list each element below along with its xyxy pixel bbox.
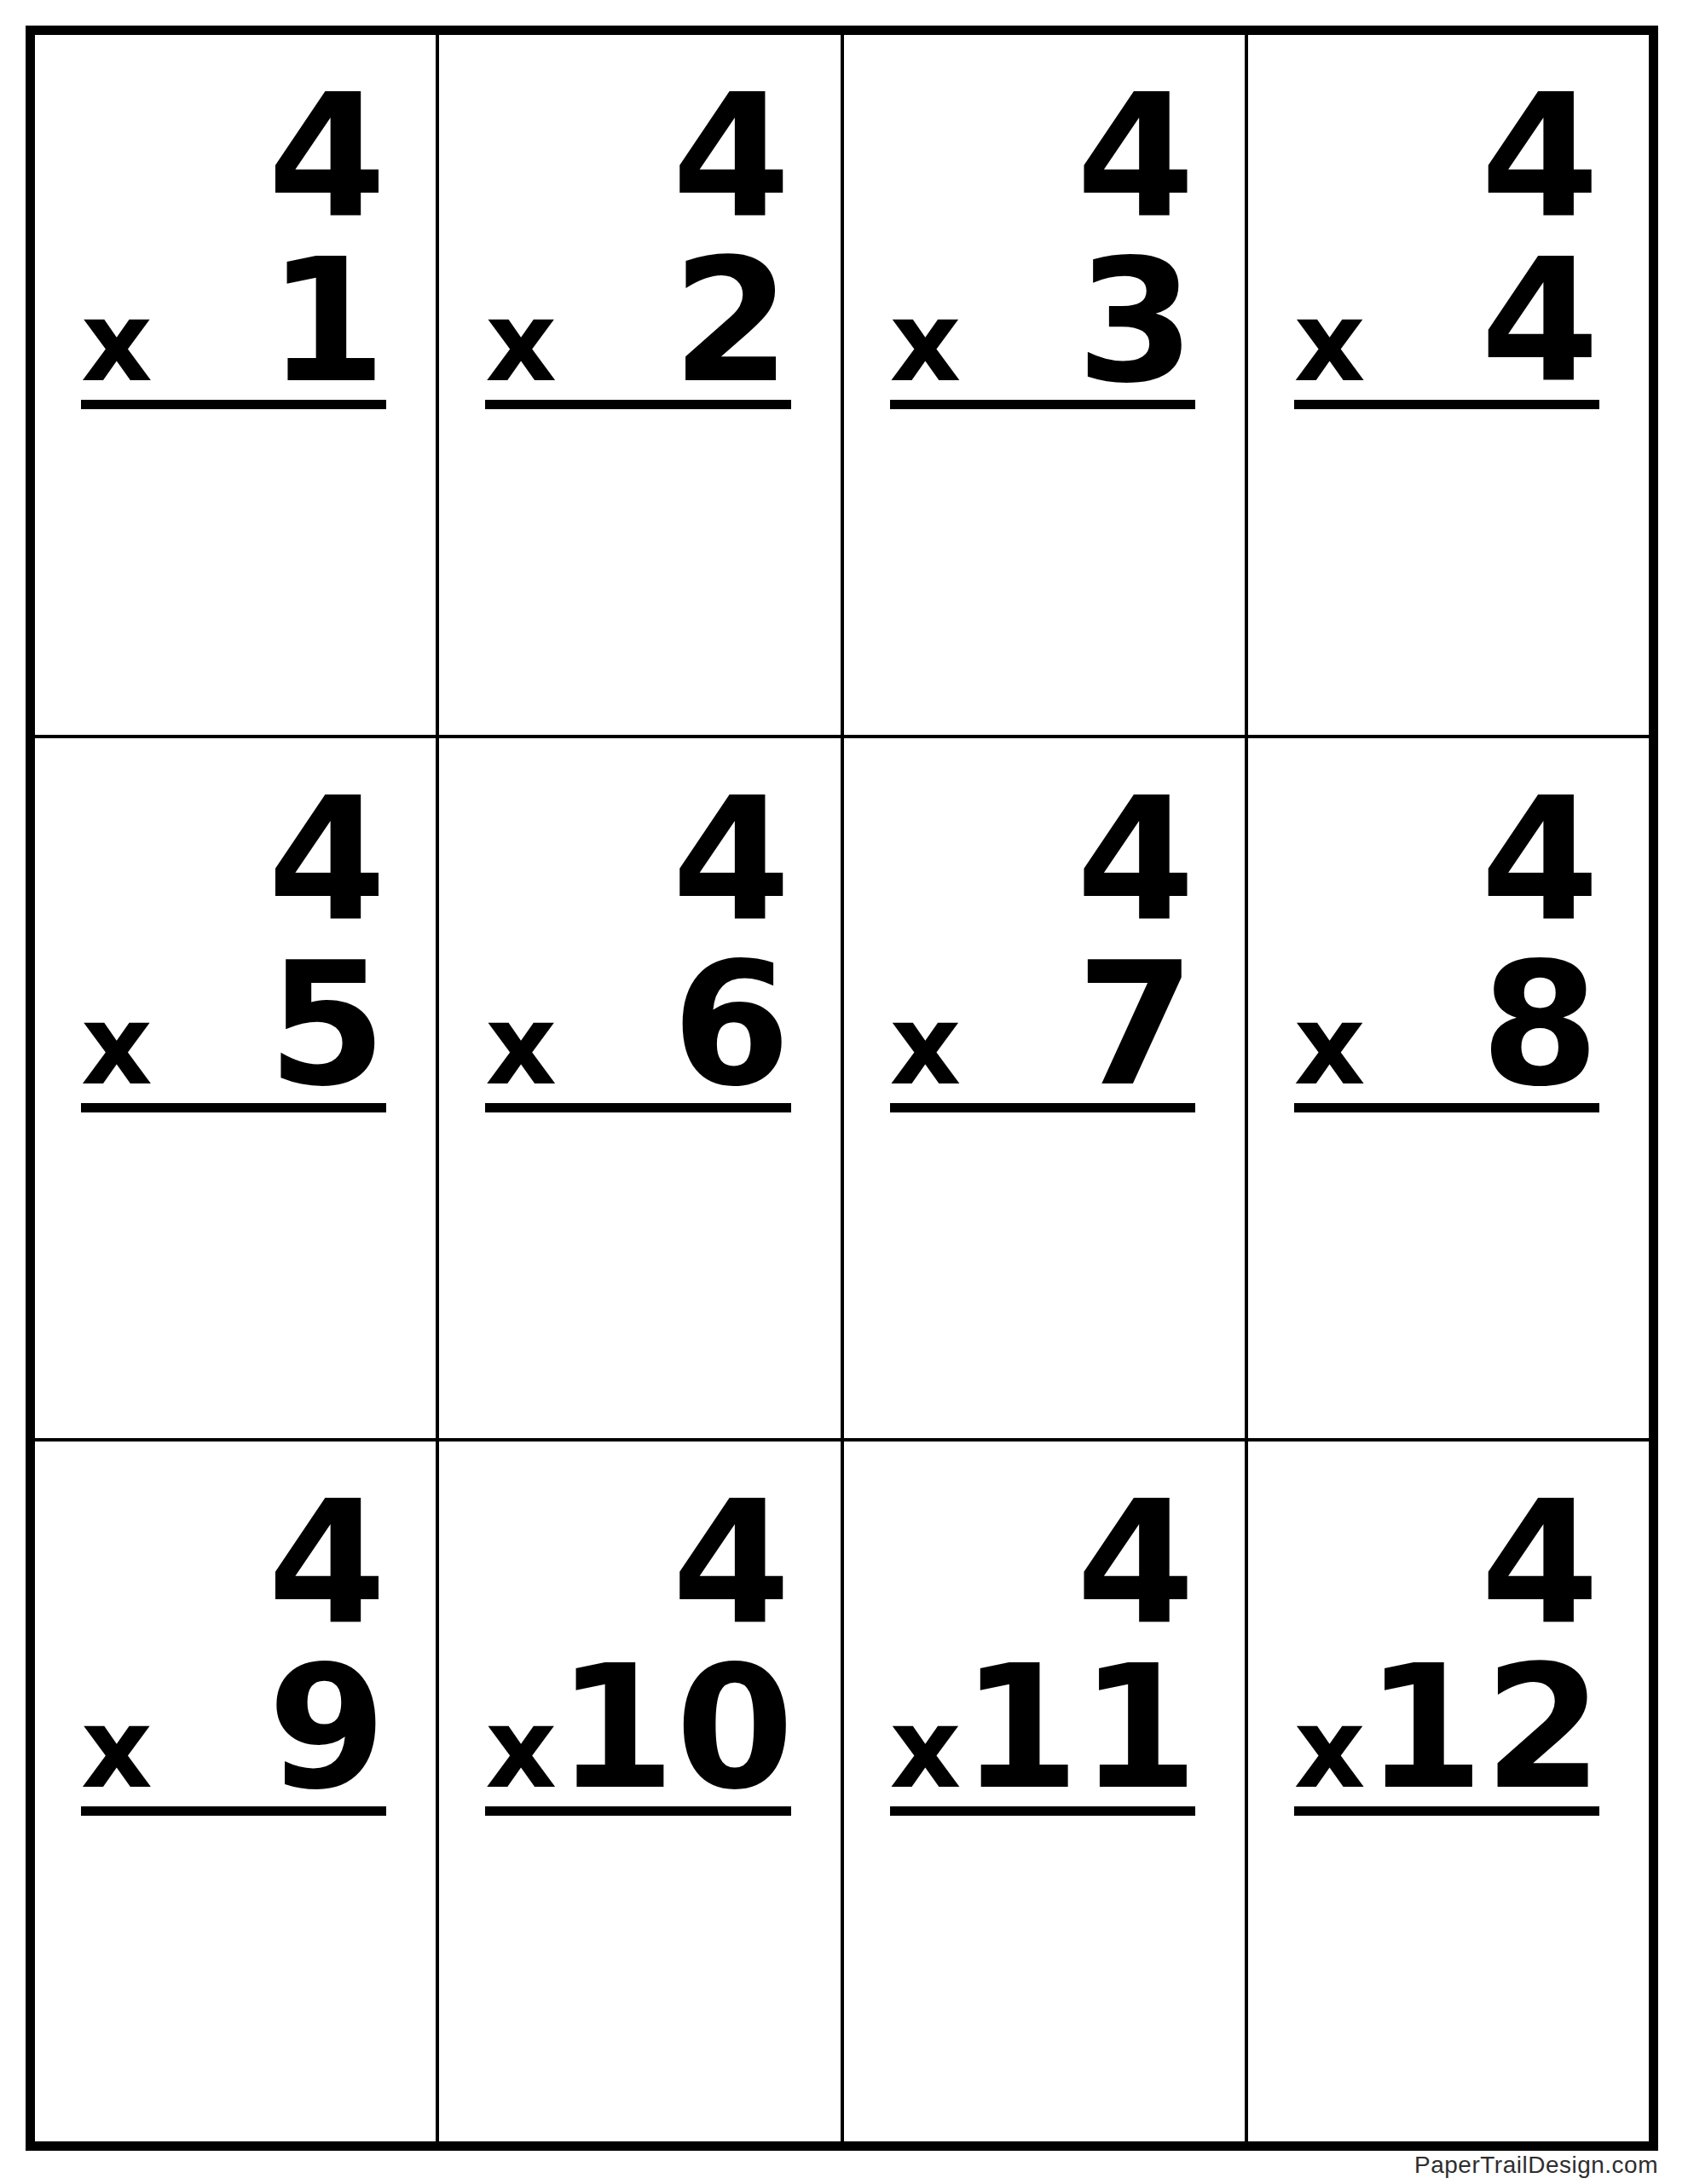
multiplicand-value: 4 xyxy=(81,93,386,221)
multiplier-value: 4 xyxy=(1481,257,1599,385)
multiplier-value: 9 xyxy=(268,1664,386,1792)
multiplier-value: 6 xyxy=(672,961,790,1089)
multiplier-row: x 1 xyxy=(81,257,386,397)
multiplier-row: x 9 xyxy=(81,1664,386,1804)
multiplicand-value: 4 xyxy=(890,796,1195,924)
flashcard-4x9: 4 x 9 xyxy=(35,1442,436,2141)
flashcard-4x2: 4 x 2 xyxy=(439,35,840,735)
multiply-sign: x xyxy=(485,286,557,397)
multiplicand-value: 4 xyxy=(1294,1499,1599,1627)
multiplicand-value: 4 xyxy=(890,1499,1195,1627)
multiplier-row: x 2 xyxy=(485,257,790,397)
multiply-sign: x xyxy=(81,990,153,1101)
multiplier-value: 1 xyxy=(268,257,386,385)
multiplier-value: 12 xyxy=(1366,1664,1603,1792)
multiplier-row: x 6 xyxy=(485,961,790,1101)
multiplicand-value: 4 xyxy=(1294,796,1599,924)
multiply-sign: x xyxy=(1294,286,1366,397)
multiplier-value: 7 xyxy=(1077,961,1195,1089)
watermark-text: PaperTrailDesign.com xyxy=(1414,2152,1658,2179)
multiplier-value: 10 xyxy=(557,1664,794,1792)
multiplicand-value: 4 xyxy=(81,1499,386,1627)
multiplier-value: 8 xyxy=(1481,961,1599,1089)
multiplier-row: x 5 xyxy=(81,961,386,1101)
flashcard-grid: 4 x 1 4 x 2 4 x 3 4 x 4 4 x 5 xyxy=(26,26,1658,2151)
flashcard-4x11: 4 x 11 xyxy=(844,1442,1245,2141)
multiplier-value: 11 xyxy=(961,1664,1198,1792)
multiplicand-value: 4 xyxy=(485,796,790,924)
multiplier-value: 2 xyxy=(672,257,790,385)
multiply-sign: x xyxy=(485,990,557,1101)
multiply-sign: x xyxy=(81,286,153,397)
multiply-sign: x xyxy=(1294,990,1366,1101)
multiply-sign: x xyxy=(81,1693,153,1804)
multiplier-row: x 4 xyxy=(1294,257,1599,397)
multiplier-row: x 7 xyxy=(890,961,1195,1101)
flashcard-4x5: 4 x 5 xyxy=(35,738,436,1438)
flashcard-4x12: 4 x 12 xyxy=(1248,1442,1649,2141)
multiplier-row: x 8 xyxy=(1294,961,1599,1101)
multiplier-row: x 12 xyxy=(1294,1664,1599,1804)
multiplicand-value: 4 xyxy=(485,1499,790,1627)
flashcard-4x6: 4 x 6 xyxy=(439,738,840,1438)
multiplicand-value: 4 xyxy=(1294,93,1599,221)
multiply-sign: x xyxy=(485,1693,557,1804)
flashcard-4x3: 4 x 3 xyxy=(844,35,1245,735)
flashcard-4x4: 4 x 4 xyxy=(1248,35,1649,735)
multiply-sign: x xyxy=(1294,1693,1366,1804)
flashcard-4x7: 4 x 7 xyxy=(844,738,1245,1438)
multiply-sign: x xyxy=(890,990,962,1101)
multiplier-value: 5 xyxy=(268,961,386,1089)
multiplier-row: x 3 xyxy=(890,257,1195,397)
flashcard-4x8: 4 x 8 xyxy=(1248,738,1649,1438)
flashcard-4x10: 4 x 10 xyxy=(439,1442,840,2141)
multiplicand-value: 4 xyxy=(81,796,386,924)
multiply-sign: x xyxy=(890,1693,962,1804)
multiplicand-value: 4 xyxy=(485,93,790,221)
multiply-sign: x xyxy=(890,286,962,397)
multiplier-row: x 11 xyxy=(890,1664,1195,1804)
flashcard-4x1: 4 x 1 xyxy=(35,35,436,735)
multiplier-value: 3 xyxy=(1077,257,1195,385)
multiplicand-value: 4 xyxy=(890,93,1195,221)
multiplier-row: x 10 xyxy=(485,1664,790,1804)
